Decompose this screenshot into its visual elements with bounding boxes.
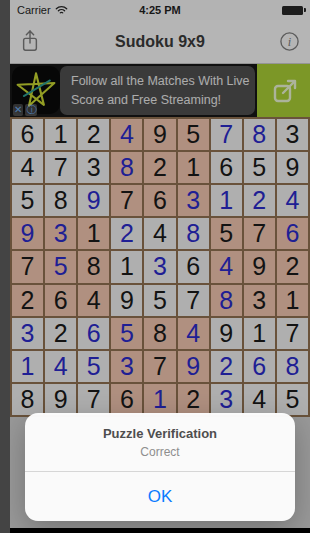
app-screen: Carrier 4:25 PM Sudoku 9x9 — [10, 0, 310, 533]
ok-button[interactable]: OK — [25, 472, 295, 521]
dialog-title: Puzzle Verification — [25, 426, 295, 441]
verification-dialog: Puzzle Verification Correct OK — [25, 413, 295, 521]
dialog-message: Correct — [25, 445, 295, 459]
